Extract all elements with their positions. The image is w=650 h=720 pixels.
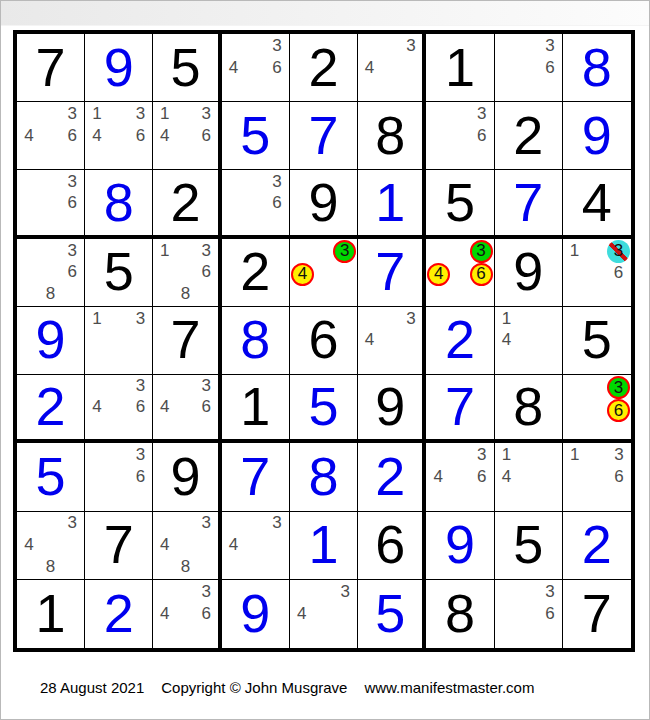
- candidate-grid: 13: [86, 308, 151, 373]
- candidate-1: 1: [86, 103, 108, 125]
- cell-r7c8[interactable]: 14: [495, 443, 563, 511]
- cell-r4c8[interactable]: 9: [495, 239, 563, 307]
- candidate-6: 6: [266, 192, 288, 213]
- candidate-4: 4: [291, 603, 313, 625]
- candidate-6: 6: [266, 57, 288, 79]
- cell-value-given: 2: [308, 40, 338, 94]
- cell-value-given: 7: [171, 312, 201, 366]
- cell-value-given: 2: [513, 108, 543, 162]
- candidate-grid: 368: [18, 240, 83, 305]
- candidate-grid: 348: [154, 513, 216, 578]
- candidate-6: 6: [196, 603, 217, 625]
- cell-r4c4[interactable]: 2: [222, 239, 290, 307]
- candidate-1: 1: [86, 308, 108, 330]
- cell-value-solved: 7: [308, 108, 338, 162]
- cell-r6c5[interactable]: 5: [290, 375, 358, 443]
- candidate-4: 4: [359, 57, 380, 79]
- candidate-4: 4: [86, 397, 108, 418]
- candidate-3: 3: [539, 581, 561, 603]
- candidate-6: 6: [539, 603, 561, 625]
- cell-value-given: 5: [171, 40, 201, 94]
- cell-r8c2[interactable]: 7: [85, 512, 153, 580]
- footer: 28 August 2021 Copyright © John Musgrave…: [0, 672, 650, 702]
- cell-r6c4[interactable]: 1: [222, 375, 290, 443]
- cell-r2c5[interactable]: 7: [290, 102, 358, 170]
- cell-r1c6[interactable]: 34: [358, 34, 426, 102]
- cell-value-given: 5: [513, 517, 543, 571]
- candidate-6: 6: [61, 261, 83, 283]
- cell-r6c7[interactable]: 7: [426, 375, 494, 443]
- cell-r6c9[interactable]: 36: [563, 375, 631, 443]
- cell-r5c7[interactable]: 2: [426, 307, 494, 375]
- candidate-3-green-circle: 3: [607, 376, 630, 399]
- cell-r7c1[interactable]: 5: [17, 443, 85, 511]
- cell-r8c5[interactable]: 1: [290, 512, 358, 580]
- cell-r5c2[interactable]: 13: [85, 307, 153, 375]
- candidate-1: 1: [154, 240, 175, 262]
- cell-value-solved: 9: [36, 312, 66, 366]
- cell-r7c3[interactable]: 9: [153, 443, 221, 511]
- cell-value-solved: 9: [582, 108, 612, 162]
- cell-value-solved: 7: [375, 244, 405, 298]
- candidate-4: 4: [154, 534, 175, 556]
- candidate-3: 3: [539, 35, 561, 57]
- candidate-3: 3: [130, 444, 152, 466]
- page: 7953462341368346134613465783629368236915…: [0, 0, 650, 720]
- cell-value-given: 1: [36, 586, 66, 640]
- cell-r9c2[interactable]: 2: [85, 580, 153, 648]
- cell-r3c6[interactable]: 1: [358, 170, 426, 238]
- cell-value-given: 9: [513, 244, 543, 298]
- candidate-grid: 348: [18, 513, 83, 578]
- candidate-3: 3: [130, 308, 152, 330]
- footer-date: 28 August 2021: [40, 679, 144, 696]
- cell-value-solved: 7: [240, 449, 270, 503]
- candidate-6: 6: [471, 466, 493, 488]
- cell-r3c8[interactable]: 7: [495, 170, 563, 238]
- cell-value-solved: 8: [308, 449, 338, 503]
- candidate-6: 6: [607, 263, 630, 284]
- cell-r5c1[interactable]: 9: [17, 307, 85, 375]
- cell-r5c4[interactable]: 8: [222, 307, 290, 375]
- cell-value-solved: 5: [375, 586, 405, 640]
- candidate-grid: 36: [564, 376, 630, 438]
- cell-r1c7[interactable]: 1: [426, 34, 494, 102]
- cell-r1c9[interactable]: 8: [563, 34, 631, 102]
- cell-r2c9[interactable]: 9: [563, 102, 631, 170]
- candidate-1: 1: [496, 308, 518, 330]
- cell-r6c8[interactable]: 8: [495, 375, 563, 443]
- cell-r6c1[interactable]: 2: [17, 375, 85, 443]
- candidate-6: 6: [130, 397, 152, 418]
- candidate-6: 6: [61, 192, 83, 213]
- cell-r1c8[interactable]: 36: [495, 34, 563, 102]
- candidate-grid: 136: [564, 240, 630, 305]
- candidate-3: 3: [196, 513, 217, 535]
- candidate-6-yellow-circle: 6: [470, 263, 493, 286]
- cell-value-given: 1: [240, 379, 270, 433]
- candidate-grid: 14: [496, 444, 561, 509]
- footer-copyright: Copyright © John Musgrave: [161, 679, 347, 696]
- cell-r5c3[interactable]: 7: [153, 307, 221, 375]
- cell-r3c7[interactable]: 5: [426, 170, 494, 238]
- candidate-grid: 346: [86, 376, 151, 438]
- candidate-3: 3: [196, 581, 217, 603]
- cell-value-given: 8: [513, 379, 543, 433]
- cell-value-solved: 8: [582, 40, 612, 94]
- candidate-3: 3: [471, 103, 493, 125]
- candidate-grid: 34: [291, 240, 356, 305]
- candidate-grid: 34: [359, 308, 421, 373]
- cell-value-solved: 8: [104, 175, 134, 229]
- candidate-6: 6: [539, 57, 561, 79]
- candidate-3: 3: [196, 240, 217, 262]
- candidate-grid: 346: [427, 444, 492, 509]
- cell-value-solved: 5: [36, 449, 66, 503]
- candidate-6-yellow-circle: 6: [607, 399, 630, 422]
- candidate-8: 8: [175, 283, 196, 305]
- cell-r2c4[interactable]: 5: [222, 102, 290, 170]
- cell-value-solved: 2: [445, 312, 475, 366]
- candidate-4: 4: [18, 534, 40, 556]
- candidate-grid: 36: [223, 171, 288, 233]
- cell-r4c3[interactable]: 1368: [153, 239, 221, 307]
- cell-r9c4[interactable]: 9: [222, 580, 290, 648]
- candidate-grid: 346: [427, 240, 492, 305]
- candidate-4: 4: [496, 330, 518, 352]
- cell-r4c7[interactable]: 346: [426, 239, 494, 307]
- cell-r8c3[interactable]: 348: [153, 512, 221, 580]
- cell-r8c7[interactable]: 9: [426, 512, 494, 580]
- candidate-grid: 346: [18, 103, 83, 168]
- cell-r2c6[interactable]: 8: [358, 102, 426, 170]
- candidate-1: 1: [496, 444, 518, 466]
- cell-value-solved: 7: [445, 379, 475, 433]
- cell-value-given: 6: [375, 517, 405, 571]
- cell-r5c5[interactable]: 6: [290, 307, 358, 375]
- cell-r7c6[interactable]: 2: [358, 443, 426, 511]
- cell-r7c4[interactable]: 7: [222, 443, 290, 511]
- cell-value-given: 5: [104, 244, 134, 298]
- candidate-4: 4: [86, 125, 108, 147]
- cell-r9c6[interactable]: 5: [358, 580, 426, 648]
- candidate-6: 6: [196, 397, 217, 418]
- cell-r1c1[interactable]: 7: [17, 34, 85, 102]
- candidate-3: 3: [401, 35, 422, 57]
- cell-r8c4[interactable]: 34: [222, 512, 290, 580]
- candidate-3: 3: [61, 240, 83, 262]
- candidate-4: 4: [223, 57, 245, 79]
- cell-r9c9[interactable]: 7: [563, 580, 631, 648]
- cell-value-solved: 2: [104, 586, 134, 640]
- cell-r3c1[interactable]: 36: [17, 170, 85, 238]
- cell-r4c2[interactable]: 5: [85, 239, 153, 307]
- candidate-4: 4: [496, 466, 518, 488]
- candidate-1: 1: [564, 444, 586, 466]
- candidate-grid: 34: [223, 513, 288, 578]
- cell-r4c6[interactable]: 7: [358, 239, 426, 307]
- cell-r8c1[interactable]: 348: [17, 512, 85, 580]
- cell-r6c3[interactable]: 346: [153, 375, 221, 443]
- cell-r9c1[interactable]: 1: [17, 580, 85, 648]
- candidate-4-yellow-circle: 4: [427, 263, 450, 286]
- cell-value-given: 9: [375, 379, 405, 433]
- cell-value-solved: 9: [445, 517, 475, 571]
- candidate-4: 4: [427, 466, 449, 488]
- candidate-grid: 1368: [154, 240, 216, 305]
- cell-value-given: 8: [445, 586, 475, 640]
- candidate-grid: 34: [359, 35, 421, 100]
- candidate-grid: 136: [564, 444, 630, 509]
- cell-r7c5[interactable]: 8: [290, 443, 358, 511]
- cell-r4c5[interactable]: 34: [290, 239, 358, 307]
- candidate-grid: 346: [223, 35, 288, 100]
- candidate-3: 3: [266, 513, 288, 535]
- candidate-3: 3: [196, 103, 217, 125]
- cell-r1c5[interactable]: 2: [290, 34, 358, 102]
- candidate-1: 1: [154, 103, 175, 125]
- candidate-3-green-circle: 3: [470, 240, 493, 263]
- candidate-6: 6: [196, 261, 217, 283]
- cell-value-given: 4: [582, 175, 612, 229]
- candidate-grid: 346: [154, 376, 216, 438]
- cell-r6c6[interactable]: 9: [358, 375, 426, 443]
- cell-value-given: 7: [104, 517, 134, 571]
- cell-r3c5[interactable]: 9: [290, 170, 358, 238]
- candidate-grid: 36: [427, 103, 492, 168]
- cell-value-solved: 8: [240, 312, 270, 366]
- cell-value-given: 2: [240, 244, 270, 298]
- cell-r1c4[interactable]: 346: [222, 34, 290, 102]
- candidate-4: 4: [154, 603, 175, 625]
- candidate-3: 3: [334, 581, 356, 603]
- candidate-grid: 346: [154, 581, 216, 647]
- cell-value-given: 7: [36, 40, 66, 94]
- candidate-grid: 36: [18, 171, 83, 233]
- candidate-8: 8: [175, 556, 196, 578]
- candidate-3: 3: [266, 35, 288, 57]
- candidate-6: 6: [130, 466, 152, 488]
- cell-r6c2[interactable]: 346: [85, 375, 153, 443]
- candidate-3-green-circle: 3: [333, 240, 356, 263]
- candidate-grid: 14: [496, 308, 561, 373]
- candidate-4: 4: [359, 330, 380, 352]
- candidate-3: 3: [266, 171, 288, 192]
- candidate-3: 3: [196, 376, 217, 397]
- cell-value-solved: 2: [375, 449, 405, 503]
- cell-value-solved: 9: [240, 586, 270, 640]
- cell-value-given: 5: [445, 175, 475, 229]
- candidate-8: 8: [40, 283, 62, 305]
- candidate-3: 3: [471, 444, 493, 466]
- candidate-3: 3: [61, 513, 83, 535]
- candidate-3: 3: [130, 376, 152, 397]
- cell-r1c3[interactable]: 5: [153, 34, 221, 102]
- cell-value-given: 9: [171, 449, 201, 503]
- cell-r9c7[interactable]: 8: [426, 580, 494, 648]
- candidate-grid: 36: [496, 581, 561, 647]
- sudoku-board: 7953462341368346134613465783629368236915…: [13, 30, 635, 652]
- cell-value-solved: 1: [308, 517, 338, 571]
- cell-r3c3[interactable]: 2: [153, 170, 221, 238]
- cell-r2c8[interactable]: 2: [495, 102, 563, 170]
- cell-r7c7[interactable]: 346: [426, 443, 494, 511]
- candidate-3: 3: [61, 171, 83, 192]
- cell-r2c2[interactable]: 1346: [85, 102, 153, 170]
- cell-r8c6[interactable]: 6: [358, 512, 426, 580]
- cell-value-given: 7: [582, 586, 612, 640]
- candidate-4: 4: [154, 397, 175, 418]
- candidate-3: 3: [401, 308, 422, 330]
- candidate-6: 6: [608, 466, 630, 488]
- cell-value-solved: 5: [308, 379, 338, 433]
- candidate-4-yellow-circle: 4: [291, 263, 314, 286]
- candidate-grid: 34: [291, 581, 356, 647]
- candidate-1: 1: [564, 240, 586, 263]
- cell-r3c2[interactable]: 8: [85, 170, 153, 238]
- cell-r8c9[interactable]: 2: [563, 512, 631, 580]
- cell-r4c9[interactable]: 136: [563, 239, 631, 307]
- cell-r1c2[interactable]: 9: [85, 34, 153, 102]
- cell-r8c8[interactable]: 5: [495, 512, 563, 580]
- cell-r7c2[interactable]: 36: [85, 443, 153, 511]
- cell-value-solved: 9: [104, 40, 134, 94]
- cell-value-solved: 2: [36, 379, 66, 433]
- cell-r9c5[interactable]: 34: [290, 580, 358, 648]
- cell-r7c9[interactable]: 136: [563, 443, 631, 511]
- cell-value-given: 8: [375, 108, 405, 162]
- candidate-6: 6: [471, 125, 493, 147]
- cell-value-given: 2: [171, 175, 201, 229]
- cell-r2c3[interactable]: 1346: [153, 102, 221, 170]
- candidate-4: 4: [223, 534, 245, 556]
- cell-r5c9[interactable]: 5: [563, 307, 631, 375]
- cell-value-solved: 1: [375, 175, 405, 229]
- cell-r2c7[interactable]: 36: [426, 102, 494, 170]
- cell-value-solved: 2: [582, 517, 612, 571]
- cell-r5c8[interactable]: 14: [495, 307, 563, 375]
- cell-value-solved: 7: [513, 175, 543, 229]
- candidate-4: 4: [154, 125, 175, 147]
- cell-value-given: 9: [308, 175, 338, 229]
- cell-r2c1[interactable]: 346: [17, 102, 85, 170]
- top-band: [1, 1, 649, 26]
- cell-r9c8[interactable]: 36: [495, 580, 563, 648]
- cell-r4c1[interactable]: 368: [17, 239, 85, 307]
- candidate-3: 3: [61, 103, 83, 125]
- candidate-grid: 1346: [154, 103, 216, 168]
- cell-value-solved: 5: [240, 108, 270, 162]
- candidate-3: 3: [608, 444, 630, 466]
- candidate-8: 8: [40, 556, 62, 578]
- candidate-grid: 1346: [86, 103, 151, 168]
- cell-r5c6[interactable]: 34: [358, 307, 426, 375]
- candidate-6: 6: [61, 125, 83, 147]
- candidate-6: 6: [196, 125, 217, 147]
- cell-r9c3[interactable]: 346: [153, 580, 221, 648]
- candidate-grid: 36: [86, 444, 151, 509]
- candidate-grid: 36: [496, 35, 561, 100]
- cell-value-given: 1: [445, 40, 475, 94]
- footer-website: www.manifestmaster.com: [364, 679, 534, 696]
- cell-r3c9[interactable]: 4: [563, 170, 631, 238]
- cell-value-given: 6: [308, 312, 338, 366]
- candidate-6: 6: [130, 125, 152, 147]
- cell-r3c4[interactable]: 36: [222, 170, 290, 238]
- candidate-3-cyan-circle: 3: [607, 240, 630, 263]
- candidate-3: 3: [130, 103, 152, 125]
- cell-value-given: 5: [582, 312, 612, 366]
- candidate-4: 4: [18, 125, 40, 147]
